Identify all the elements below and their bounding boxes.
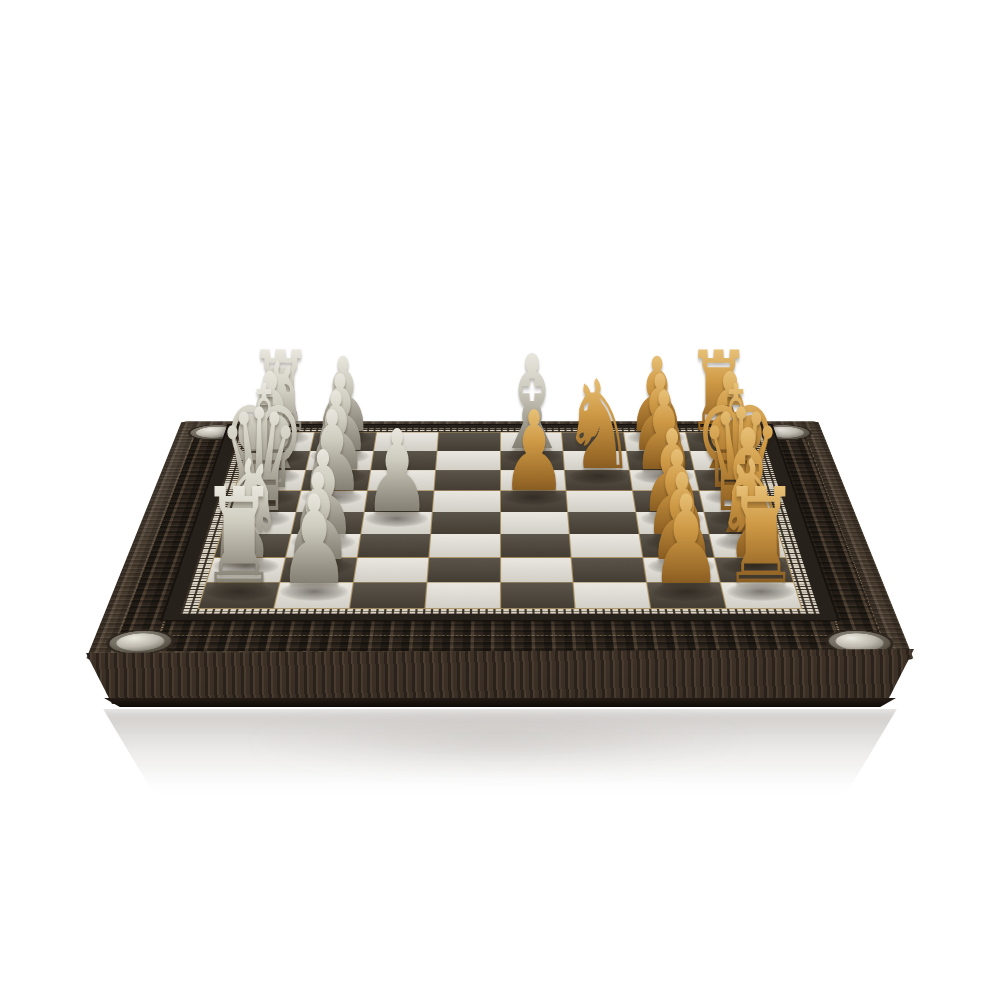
piece-gold-pawn-g1[interactable]: ♟ [650,480,723,603]
piece-gold-knight-f6[interactable]: ♞ [562,364,635,488]
piece-gold-pawn-e5[interactable]: ♟ [501,397,567,508]
pieces-layer: ♜♞♝♚♛♞♜♟♟♟♟♟♟♟♟♝♜♝♚♛♝♞♜♟♟♟♟♟♟♟♟♞ [0,0,1000,1000]
chess-set-photo: ♜♞♝♚♛♞♜♟♟♟♟♟♟♟♟♝♜♝♚♛♝♞♜♟♟♟♟♟♟♟♟♞ [0,0,1000,1000]
piece-silver-rook-a1[interactable]: ♜ [200,472,278,604]
piece-silver-pawn-b1[interactable]: ♟ [277,480,350,603]
piece-silver-pawn-c4[interactable]: ♟ [363,416,430,530]
piece-gold-rook-h1[interactable]: ♜ [722,472,800,604]
